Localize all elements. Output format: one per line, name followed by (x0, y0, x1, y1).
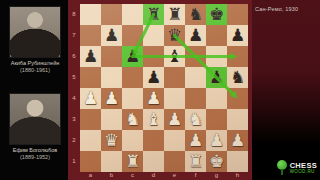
player-photo-rubinstein (9, 6, 61, 58)
logo-line2: WOOD.RU (290, 169, 317, 174)
square-e1 (164, 151, 185, 172)
square-f3: ♞ (185, 109, 206, 130)
white-knight-f3: ♞ (188, 109, 203, 130)
square-f6 (185, 46, 206, 67)
square-a3 (80, 109, 101, 130)
square-c1: ♜ (122, 151, 143, 172)
player-photo-bogoljubov (9, 93, 61, 145)
square-h1 (227, 151, 248, 172)
players-panel: Акиба Рубинштейн (1880-1961) Ефим Боголю… (0, 0, 68, 180)
player-caption: Акиба Рубинштейн (1880-1961) (9, 60, 61, 73)
file-label-f: f (185, 171, 206, 180)
player-years: (1880-1961) (9, 67, 61, 74)
square-c7 (122, 25, 143, 46)
black-pawn-d5: ♟ (146, 67, 161, 88)
file-labels: abcdefgh (80, 171, 248, 180)
square-e2 (164, 130, 185, 151)
square-d8: ♜ (143, 4, 164, 25)
file-label-a: a (80, 171, 101, 180)
black-pawn-a6: ♟ (83, 46, 98, 67)
chess-board: ♜♜♞♚♟♛♟♟♟♟♝♟♟♞♟♟♟♞♝♟♞♛♟♟♟♜♜♚ (80, 4, 248, 172)
rank-label-1: 1 (68, 151, 80, 172)
square-d7 (143, 25, 164, 46)
square-h5: ♞ (227, 67, 248, 88)
square-g1: ♚ (206, 151, 227, 172)
square-g3 (206, 109, 227, 130)
square-g4 (206, 88, 227, 109)
black-queen-e7: ♛ (167, 25, 182, 46)
tree-icon (277, 160, 288, 175)
white-knight-c3: ♞ (125, 109, 140, 130)
square-d1 (143, 151, 164, 172)
rank-label-2: 2 (68, 130, 80, 151)
square-e6: ♝ (164, 46, 185, 67)
white-pawn-d4: ♟ (146, 88, 161, 109)
square-h3 (227, 109, 248, 130)
square-b7: ♟ (101, 25, 122, 46)
square-f2: ♟ (185, 130, 206, 151)
player-card-white: Акиба Рубинштейн (1880-1961) (9, 6, 61, 73)
square-c5 (122, 67, 143, 88)
black-pawn-g5: ♟ (209, 67, 224, 88)
square-h2: ♟ (227, 130, 248, 151)
rank-label-4: 4 (68, 88, 80, 109)
square-c2 (122, 130, 143, 151)
video-frame: { "game": "chess", "event": "Сан-Ремо, 1… (0, 0, 320, 180)
square-c6: ♟ (122, 46, 143, 67)
black-knight-f8: ♞ (188, 4, 203, 25)
square-c3: ♞ (122, 109, 143, 130)
square-b5 (101, 67, 122, 88)
white-pawn-b4: ♟ (104, 88, 119, 109)
square-a5 (80, 67, 101, 88)
white-pawn-e3: ♟ (167, 109, 182, 130)
square-d3: ♝ (143, 109, 164, 130)
white-rook-c1: ♜ (125, 151, 140, 172)
black-rook-e8: ♜ (167, 4, 182, 25)
black-pawn-c6: ♟ (125, 46, 140, 67)
square-a8 (80, 4, 101, 25)
event-label: Сан-Ремо, 1930 (255, 6, 319, 12)
square-a2 (80, 130, 101, 151)
square-g8: ♚ (206, 4, 227, 25)
square-f1: ♜ (185, 151, 206, 172)
white-bishop-d3: ♝ (146, 109, 161, 130)
rank-label-3: 3 (68, 109, 80, 130)
square-f7: ♟ (185, 25, 206, 46)
square-e3: ♟ (164, 109, 185, 130)
file-label-h: h (227, 171, 248, 180)
square-b8 (101, 4, 122, 25)
player-name: Акиба Рубинштейн (9, 60, 61, 67)
square-e7: ♛ (164, 25, 185, 46)
white-pawn-f2: ♟ (188, 130, 203, 151)
white-queen-b2: ♛ (104, 130, 119, 151)
file-label-b: b (101, 171, 122, 180)
rank-label-6: 6 (68, 46, 80, 67)
file-label-c: c (122, 171, 143, 180)
player-name: Ефим Боголюбов (9, 147, 61, 154)
rank-label-8: 8 (68, 4, 80, 25)
square-e8: ♜ (164, 4, 185, 25)
square-b2: ♛ (101, 130, 122, 151)
square-a4: ♟ (80, 88, 101, 109)
file-label-e: e (164, 171, 185, 180)
player-caption: Ефим Боголюбов (1889-1952) (9, 147, 61, 160)
board-frame: 87654321 ♜♜♞♚♟♛♟♟♟♟♝♟♟♞♟♟♟♞♝♟♞♛♟♟♟♜♜♚ ab… (68, 0, 252, 180)
square-b3 (101, 109, 122, 130)
rank-label-5: 5 (68, 67, 80, 88)
square-e5 (164, 67, 185, 88)
square-a1 (80, 151, 101, 172)
square-e4 (164, 88, 185, 109)
white-pawn-g2: ♟ (209, 130, 224, 151)
black-rook-d8: ♜ (146, 4, 161, 25)
square-d6 (143, 46, 164, 67)
white-rook-f1: ♜ (188, 151, 203, 172)
square-g5: ♟ (206, 67, 227, 88)
black-bishop-e6: ♝ (167, 46, 182, 67)
square-b6 (101, 46, 122, 67)
black-pawn-b7: ♟ (104, 25, 119, 46)
right-panel: Сан-Ремо, 1930 CHESS WOOD.RU (252, 0, 320, 180)
square-d2 (143, 130, 164, 151)
black-pawn-h7: ♟ (230, 25, 245, 46)
square-h4 (227, 88, 248, 109)
square-d5: ♟ (143, 67, 164, 88)
square-g7 (206, 25, 227, 46)
square-h6 (227, 46, 248, 67)
square-g6 (206, 46, 227, 67)
player-years: (1889-1952) (9, 154, 61, 161)
logo-text: CHESS WOOD.RU (290, 162, 317, 174)
rank-labels: 87654321 (68, 4, 80, 172)
square-b4: ♟ (101, 88, 122, 109)
square-h7: ♟ (227, 25, 248, 46)
black-pawn-f7: ♟ (188, 25, 203, 46)
square-c8 (122, 4, 143, 25)
file-label-d: d (143, 171, 164, 180)
black-king-g8: ♚ (209, 4, 224, 25)
square-d4: ♟ (143, 88, 164, 109)
square-g2: ♟ (206, 130, 227, 151)
square-f4 (185, 88, 206, 109)
player-card-black: Ефим Боголюбов (1889-1952) (9, 93, 61, 160)
square-a6: ♟ (80, 46, 101, 67)
white-king-g1: ♚ (209, 151, 224, 172)
white-pawn-a4: ♟ (83, 88, 98, 109)
square-h8 (227, 4, 248, 25)
logo-line1: CHESS (290, 162, 317, 169)
square-c4 (122, 88, 143, 109)
square-a7 (80, 25, 101, 46)
square-b1 (101, 151, 122, 172)
channel-logo: CHESS WOOD.RU (277, 160, 317, 175)
black-knight-h5: ♞ (230, 67, 245, 88)
square-f8: ♞ (185, 4, 206, 25)
rank-label-7: 7 (68, 25, 80, 46)
white-pawn-h2: ♟ (230, 130, 245, 151)
square-f5 (185, 67, 206, 88)
file-label-g: g (206, 171, 227, 180)
